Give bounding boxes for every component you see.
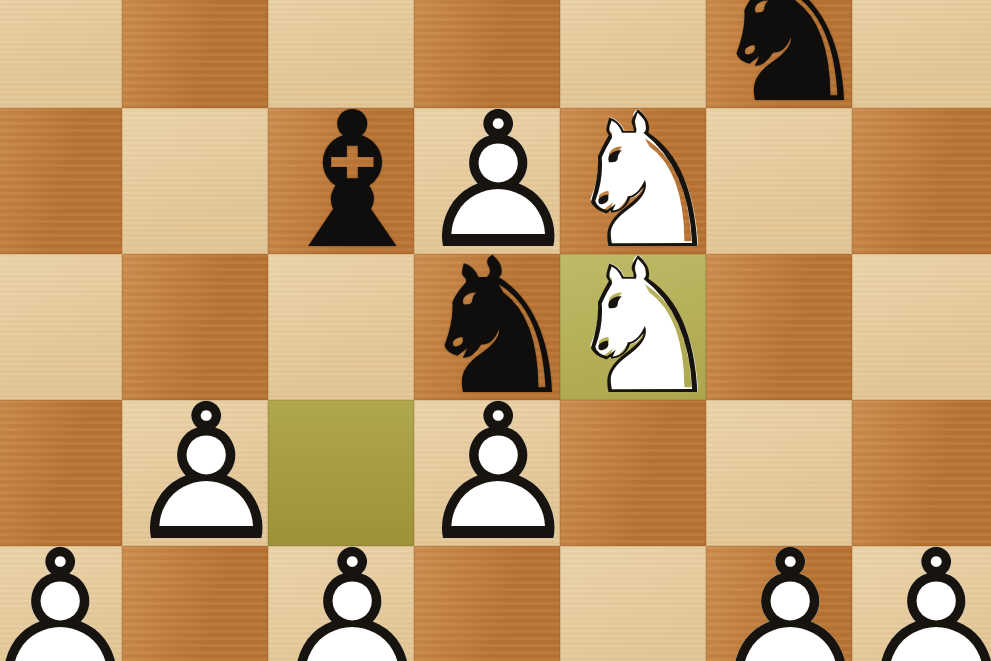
square-g2[interactable]: ♟♙ xyxy=(852,546,991,661)
piece-white-knight-e5[interactable]: ♞♘ xyxy=(560,108,706,254)
square-e4[interactable]: ♞♘ xyxy=(560,254,706,400)
square-c4[interactable] xyxy=(268,254,414,400)
square-c5[interactable]: ♝ xyxy=(268,108,414,254)
square-a2[interactable]: ♟♙ xyxy=(0,546,122,661)
square-f4[interactable] xyxy=(706,254,852,400)
piece-white-pawn-f2[interactable]: ♟♙ xyxy=(706,546,852,661)
square-a3[interactable] xyxy=(0,400,122,546)
square-c2[interactable]: ♟♙ xyxy=(268,546,414,661)
square-e5[interactable]: ♞♘ xyxy=(560,108,706,254)
square-b2[interactable] xyxy=(122,546,268,661)
square-f2[interactable]: ♟♙ xyxy=(706,546,852,661)
piece-white-pawn-d5[interactable]: ♟♙ xyxy=(414,108,560,254)
square-a4[interactable] xyxy=(0,254,122,400)
square-b6[interactable] xyxy=(122,0,268,108)
square-d6[interactable] xyxy=(414,0,560,108)
square-e2[interactable] xyxy=(560,546,706,661)
square-d3[interactable]: ♟♙ xyxy=(414,400,560,546)
square-g5[interactable] xyxy=(852,108,991,254)
piece-white-pawn-g2[interactable]: ♟♙ xyxy=(852,546,991,661)
piece-white-pawn-c2[interactable]: ♟♙ xyxy=(268,546,414,661)
piece-white-pawn-d3[interactable]: ♟♙ xyxy=(414,400,560,546)
piece-white-pawn-a2[interactable]: ♟♙ xyxy=(0,546,122,661)
square-d2[interactable] xyxy=(414,546,560,661)
square-f3[interactable] xyxy=(706,400,852,546)
chessboard: ♞♝♟♙♞♘♞♞♘♟♙♟♙♟♙♟♙♟♙♟♙ xyxy=(0,0,991,661)
square-f6[interactable]: ♞ xyxy=(706,0,852,108)
square-a5[interactable] xyxy=(0,108,122,254)
square-c3[interactable] xyxy=(268,400,414,546)
square-c6[interactable] xyxy=(268,0,414,108)
square-b4[interactable] xyxy=(122,254,268,400)
square-g6[interactable] xyxy=(852,0,991,108)
square-e3[interactable] xyxy=(560,400,706,546)
piece-black-knight-f6[interactable]: ♞ xyxy=(706,0,852,108)
square-d4[interactable]: ♞ xyxy=(414,254,560,400)
piece-white-pawn-b3[interactable]: ♟♙ xyxy=(122,400,268,546)
piece-black-knight-d4[interactable]: ♞ xyxy=(414,254,560,400)
board-viewport: ♞♝♟♙♞♘♞♞♘♟♙♟♙♟♙♟♙♟♙♟♙ xyxy=(0,0,991,661)
piece-white-knight-e4[interactable]: ♞♘ xyxy=(560,254,706,400)
square-g4[interactable] xyxy=(852,254,991,400)
square-b5[interactable] xyxy=(122,108,268,254)
piece-black-bishop-c5[interactable]: ♝ xyxy=(268,108,414,254)
square-e6[interactable] xyxy=(560,0,706,108)
square-a6[interactable] xyxy=(0,0,122,108)
square-b3[interactable]: ♟♙ xyxy=(122,400,268,546)
square-f5[interactable] xyxy=(706,108,852,254)
square-d5[interactable]: ♟♙ xyxy=(414,108,560,254)
square-g3[interactable] xyxy=(852,400,991,546)
